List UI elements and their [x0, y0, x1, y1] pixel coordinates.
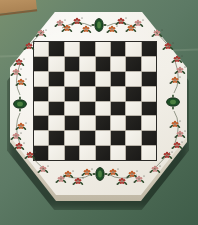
- square-e1: [96, 146, 110, 160]
- square-b2: [49, 131, 63, 145]
- square-b1: [49, 146, 63, 160]
- square-a2: [34, 131, 48, 145]
- square-h1: [142, 146, 156, 160]
- square-d1: [80, 146, 94, 160]
- square-a5: [34, 87, 48, 101]
- square-h4: [142, 102, 156, 116]
- square-g5: [126, 87, 140, 101]
- square-h2: [142, 131, 156, 145]
- square-b5: [49, 87, 63, 101]
- square-g3: [126, 116, 140, 130]
- square-f2: [111, 131, 125, 145]
- square-b7: [49, 57, 63, 71]
- square-a7: [34, 57, 48, 71]
- square-b4: [49, 102, 63, 116]
- square-d3: [80, 116, 94, 130]
- square-d8: [80, 42, 94, 56]
- square-h7: [142, 57, 156, 71]
- square-e5: [96, 87, 110, 101]
- square-f3: [111, 116, 125, 130]
- square-g1: [126, 146, 140, 160]
- square-a6: [34, 72, 48, 86]
- square-f6: [111, 72, 125, 86]
- square-h6: [142, 72, 156, 86]
- square-c8: [65, 42, 79, 56]
- square-e7: [96, 57, 110, 71]
- square-b3: [49, 116, 63, 130]
- square-c7: [65, 57, 79, 71]
- wood-strip: [0, 0, 37, 17]
- square-a8: [34, 42, 48, 56]
- square-d4: [80, 102, 94, 116]
- square-e4: [96, 102, 110, 116]
- square-a3: [34, 116, 48, 130]
- square-c5: [65, 87, 79, 101]
- square-d2: [80, 131, 94, 145]
- square-g2: [126, 131, 140, 145]
- square-d6: [80, 72, 94, 86]
- square-f1: [111, 146, 125, 160]
- square-e2: [96, 131, 110, 145]
- square-e8: [96, 42, 110, 56]
- square-f5: [111, 87, 125, 101]
- square-b6: [49, 72, 63, 86]
- square-b8: [49, 42, 63, 56]
- square-g8: [126, 42, 140, 56]
- square-d5: [80, 87, 94, 101]
- square-c3: [65, 116, 79, 130]
- square-a1: [34, 146, 48, 160]
- square-g4: [126, 102, 140, 116]
- square-h3: [142, 116, 156, 130]
- chessboard: [33, 41, 157, 161]
- square-c4: [65, 102, 79, 116]
- square-e3: [96, 116, 110, 130]
- square-g6: [126, 72, 140, 86]
- square-f7: [111, 57, 125, 71]
- square-c2: [65, 131, 79, 145]
- square-c1: [65, 146, 79, 160]
- product-photo: [0, 0, 198, 225]
- square-h5: [142, 87, 156, 101]
- square-c6: [65, 72, 79, 86]
- square-e6: [96, 72, 110, 86]
- square-g7: [126, 57, 140, 71]
- square-h8: [142, 42, 156, 56]
- square-f8: [111, 42, 125, 56]
- square-f4: [111, 102, 125, 116]
- square-d7: [80, 57, 94, 71]
- square-a4: [34, 102, 48, 116]
